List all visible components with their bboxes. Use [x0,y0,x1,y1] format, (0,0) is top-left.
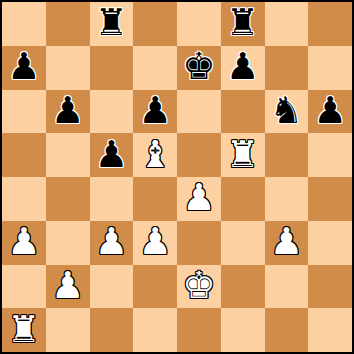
square-h8[interactable] [308,2,352,46]
square-e5[interactable] [177,133,221,177]
white-king[interactable]: ♚ [182,267,215,304]
chess-board: ♜♜♟♚♟♟♟♞♟♟♝♜♟♟♟♟♟♟♚♜ [2,2,352,352]
square-a8[interactable] [2,2,46,46]
black-rook[interactable]: ♜ [226,4,259,41]
square-f6[interactable] [221,90,265,134]
square-e4[interactable]: ♟ [177,177,221,221]
chess-board-frame: ♜♜♟♚♟♟♟♞♟♟♝♜♟♟♟♟♟♟♚♜ [0,0,354,354]
square-h5[interactable] [308,133,352,177]
black-knight[interactable]: ♞ [270,92,303,129]
square-b3[interactable] [46,221,90,265]
square-a1[interactable]: ♜ [2,308,46,352]
white-rook[interactable]: ♜ [226,136,259,173]
square-g4[interactable] [265,177,309,221]
square-b1[interactable] [46,308,90,352]
square-e6[interactable] [177,90,221,134]
square-a7[interactable]: ♟ [2,46,46,90]
square-c1[interactable] [90,308,134,352]
square-e7[interactable]: ♚ [177,46,221,90]
white-pawn[interactable]: ♟ [270,223,303,260]
square-f5[interactable]: ♜ [221,133,265,177]
square-d5[interactable]: ♝ [133,133,177,177]
square-g8[interactable] [265,2,309,46]
square-b8[interactable] [46,2,90,46]
black-pawn[interactable]: ♟ [226,48,259,85]
black-pawn[interactable]: ♟ [7,48,40,85]
white-pawn[interactable]: ♟ [7,223,40,260]
square-h4[interactable] [308,177,352,221]
square-a4[interactable] [2,177,46,221]
white-pawn[interactable]: ♟ [182,179,215,216]
square-d8[interactable] [133,2,177,46]
square-c2[interactable] [90,265,134,309]
square-d2[interactable] [133,265,177,309]
square-b5[interactable] [46,133,90,177]
square-h1[interactable] [308,308,352,352]
square-e2[interactable]: ♚ [177,265,221,309]
square-c6[interactable] [90,90,134,134]
square-g3[interactable]: ♟ [265,221,309,265]
square-b4[interactable] [46,177,90,221]
black-king[interactable]: ♚ [182,48,215,85]
black-pawn[interactable]: ♟ [95,136,128,173]
black-pawn[interactable]: ♟ [51,92,84,129]
square-d3[interactable]: ♟ [133,221,177,265]
square-d1[interactable] [133,308,177,352]
square-g1[interactable] [265,308,309,352]
black-pawn[interactable]: ♟ [314,92,347,129]
square-e1[interactable] [177,308,221,352]
square-e3[interactable] [177,221,221,265]
white-bishop[interactable]: ♝ [139,136,172,173]
square-c5[interactable]: ♟ [90,133,134,177]
square-g6[interactable]: ♞ [265,90,309,134]
square-h3[interactable] [308,221,352,265]
square-d4[interactable] [133,177,177,221]
square-f8[interactable]: ♜ [221,2,265,46]
square-d7[interactable] [133,46,177,90]
square-f4[interactable] [221,177,265,221]
white-pawn[interactable]: ♟ [95,223,128,260]
black-rook[interactable]: ♜ [95,4,128,41]
square-g7[interactable] [265,46,309,90]
square-h2[interactable] [308,265,352,309]
square-a3[interactable]: ♟ [2,221,46,265]
black-pawn[interactable]: ♟ [139,92,172,129]
square-f1[interactable] [221,308,265,352]
square-f7[interactable]: ♟ [221,46,265,90]
white-pawn[interactable]: ♟ [139,223,172,260]
square-d6[interactable]: ♟ [133,90,177,134]
square-f3[interactable] [221,221,265,265]
square-c8[interactable]: ♜ [90,2,134,46]
square-f2[interactable] [221,265,265,309]
square-c4[interactable] [90,177,134,221]
square-b6[interactable]: ♟ [46,90,90,134]
square-a6[interactable] [2,90,46,134]
square-c7[interactable] [90,46,134,90]
white-rook[interactable]: ♜ [7,311,40,348]
square-a2[interactable] [2,265,46,309]
square-c3[interactable]: ♟ [90,221,134,265]
square-e8[interactable] [177,2,221,46]
square-h7[interactable] [308,46,352,90]
square-b2[interactable]: ♟ [46,265,90,309]
square-a5[interactable] [2,133,46,177]
square-b7[interactable] [46,46,90,90]
square-g5[interactable] [265,133,309,177]
white-pawn[interactable]: ♟ [51,267,84,304]
square-h6[interactable]: ♟ [308,90,352,134]
square-g2[interactable] [265,265,309,309]
